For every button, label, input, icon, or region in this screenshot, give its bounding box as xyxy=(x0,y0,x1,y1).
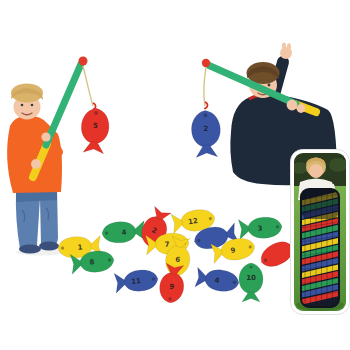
fish-number: 1 xyxy=(77,243,83,251)
fishing-line xyxy=(83,66,93,106)
fish-number: 11 xyxy=(131,277,142,286)
left-boy-shoe xyxy=(19,245,41,254)
fish-number: 8 xyxy=(89,258,95,266)
left-boy-hand xyxy=(41,132,50,141)
left-boy-jeans xyxy=(16,188,58,250)
hanging-fish-blue-2: 2 xyxy=(191,110,221,158)
floor-fish-green-10: 10 xyxy=(239,263,263,302)
scene-svg: 124237691811941052 xyxy=(0,0,350,350)
floor-fish-green-4: 4 xyxy=(101,220,145,244)
product-photo-canvas: 124237691811941052 xyxy=(0,0,350,350)
fish-number: 4 xyxy=(121,228,127,236)
fish-number: 7 xyxy=(164,240,169,248)
fish-number: 3 xyxy=(257,224,263,232)
fishing-line xyxy=(204,67,206,106)
rod-tip xyxy=(79,57,88,66)
fish-number: 2 xyxy=(203,125,208,133)
floor-fish-green-3: 3 xyxy=(238,216,282,240)
hanging-fish-red-5: 5 xyxy=(80,107,111,154)
floor-fish-blue-11: 11 xyxy=(114,268,159,293)
left-boy-head xyxy=(11,84,43,120)
right-boy-hand xyxy=(287,100,298,111)
left-boy-hand xyxy=(31,159,41,169)
right-boy-hand xyxy=(297,104,306,113)
floor-fish-blue-4: 4 xyxy=(195,267,241,294)
fish-number: 10 xyxy=(246,274,256,282)
left-boy-shoe xyxy=(39,242,59,251)
rod-tip xyxy=(202,59,210,67)
fish-number: 5 xyxy=(92,122,98,130)
inset-fish-bag xyxy=(297,189,345,307)
fish-number: 12 xyxy=(188,217,199,226)
inset-girl-face xyxy=(309,164,323,178)
inset-photo xyxy=(291,150,350,315)
